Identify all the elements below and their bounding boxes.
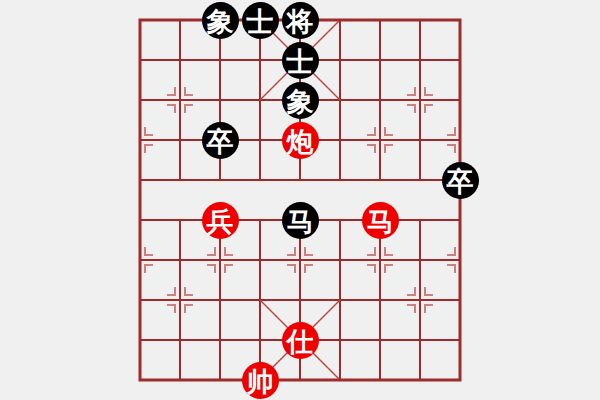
board-point-0-5[interactable]	[120, 200, 160, 240]
board-point-7-1[interactable]	[400, 40, 440, 80]
board-point-1-1[interactable]	[160, 40, 200, 80]
board-point-5-5[interactable]	[320, 200, 360, 240]
board-point-0-7[interactable]	[120, 280, 160, 320]
black-advisor[interactable]: 士	[242, 2, 279, 39]
board-point-2-1[interactable]	[200, 40, 240, 80]
board-point-8-2[interactable]	[440, 80, 480, 120]
board-point-2-9[interactable]	[200, 360, 240, 400]
piece-glyph: 兵	[207, 208, 234, 235]
board-point-7-8[interactable]	[400, 320, 440, 360]
piece-glyph: 卒	[447, 168, 474, 195]
board-point-6-1[interactable]	[360, 40, 400, 80]
black-horse[interactable]: 马	[282, 202, 319, 239]
board-point-1-2[interactable]	[160, 80, 200, 120]
board-point-8-3[interactable]	[440, 120, 480, 160]
board-point-5-4[interactable]	[320, 160, 360, 200]
board-point-8-7[interactable]	[440, 280, 480, 320]
board-point-5-3[interactable]	[320, 120, 360, 160]
board-point-5-0[interactable]	[320, 0, 360, 40]
board-point-0-6[interactable]	[120, 240, 160, 280]
board-point-1-0[interactable]	[160, 0, 200, 40]
board-point-3-1[interactable]	[240, 40, 280, 80]
piece-glyph: 士	[247, 8, 274, 35]
board-point-0-2[interactable]	[120, 80, 160, 120]
board-point-1-3[interactable]	[160, 120, 200, 160]
board-point-8-1[interactable]	[440, 40, 480, 80]
board-point-5-1[interactable]	[320, 40, 360, 80]
black-soldier[interactable]: 卒	[202, 122, 239, 159]
board-point-8-8[interactable]	[440, 320, 480, 360]
piece-glyph: 马	[287, 208, 314, 235]
board-point-2-7[interactable]	[200, 280, 240, 320]
board-point-4-4[interactable]	[280, 160, 320, 200]
board-point-7-9[interactable]	[400, 360, 440, 400]
piece-glyph: 仕	[287, 328, 314, 355]
board-point-6-7[interactable]	[360, 280, 400, 320]
piece-glyph: 象	[207, 8, 234, 35]
black-soldier[interactable]: 卒	[442, 162, 479, 199]
board-point-1-9[interactable]	[160, 360, 200, 400]
board-point-3-7[interactable]	[240, 280, 280, 320]
piece-glyph: 马	[367, 208, 394, 235]
board-point-5-9[interactable]	[320, 360, 360, 400]
board-point-5-7[interactable]	[320, 280, 360, 320]
board-point-7-0[interactable]	[400, 0, 440, 40]
piece-glyph: 士	[287, 48, 314, 75]
board-point-1-4[interactable]	[160, 160, 200, 200]
board-point-0-1[interactable]	[120, 40, 160, 80]
board-point-3-6[interactable]	[240, 240, 280, 280]
board-point-2-8[interactable]	[200, 320, 240, 360]
board-point-6-6[interactable]	[360, 240, 400, 280]
board-point-7-4[interactable]	[400, 160, 440, 200]
board-point-0-9[interactable]	[120, 360, 160, 400]
board-point-5-6[interactable]	[320, 240, 360, 280]
red-soldier[interactable]: 兵	[202, 202, 239, 239]
board-point-7-5[interactable]	[400, 200, 440, 240]
board-point-7-6[interactable]	[400, 240, 440, 280]
piece-glyph: 炮	[287, 128, 314, 155]
board-point-2-4[interactable]	[200, 160, 240, 200]
board-point-1-5[interactable]	[160, 200, 200, 240]
board-point-1-8[interactable]	[160, 320, 200, 360]
board-point-7-7[interactable]	[400, 280, 440, 320]
board-point-3-3[interactable]	[240, 120, 280, 160]
piece-glyph: 将	[287, 8, 314, 35]
board-point-3-5[interactable]	[240, 200, 280, 240]
piece-glyph: 帅	[247, 368, 274, 395]
black-elephant[interactable]: 象	[282, 82, 319, 119]
board-point-4-6[interactable]	[280, 240, 320, 280]
piece-glyph: 卒	[207, 128, 234, 155]
board-point-3-2[interactable]	[240, 80, 280, 120]
red-general[interactable]: 帅	[242, 362, 279, 399]
red-advisor[interactable]: 仕	[282, 322, 319, 359]
board-point-1-6[interactable]	[160, 240, 200, 280]
board-point-8-9[interactable]	[440, 360, 480, 400]
board-point-6-3[interactable]	[360, 120, 400, 160]
board-grid[interactable]: 象士将士象卒炮卒兵马马仕帅	[120, 0, 480, 400]
board-point-8-5[interactable]	[440, 200, 480, 240]
board-point-0-0[interactable]	[120, 0, 160, 40]
board-point-4-9[interactable]	[280, 360, 320, 400]
board-point-6-4[interactable]	[360, 160, 400, 200]
board-point-8-6[interactable]	[440, 240, 480, 280]
board-point-5-2[interactable]	[320, 80, 360, 120]
black-elephant[interactable]: 象	[202, 2, 239, 39]
board-point-6-0[interactable]	[360, 0, 400, 40]
board-point-0-3[interactable]	[120, 120, 160, 160]
black-advisor[interactable]: 士	[282, 42, 319, 79]
board-point-8-0[interactable]	[440, 0, 480, 40]
board-point-4-7[interactable]	[280, 280, 320, 320]
board-point-0-8[interactable]	[120, 320, 160, 360]
red-horse[interactable]: 马	[362, 202, 399, 239]
piece-glyph: 象	[287, 88, 314, 115]
xiangqi-diagram: 象士将士象卒炮卒兵马马仕帅	[0, 0, 600, 400]
board-point-2-6[interactable]	[200, 240, 240, 280]
board-point-6-9[interactable]	[360, 360, 400, 400]
board-point-2-2[interactable]	[200, 80, 240, 120]
board-point-3-4[interactable]	[240, 160, 280, 200]
board-point-6-2[interactable]	[360, 80, 400, 120]
black-general[interactable]: 将	[282, 2, 319, 39]
board-point-1-7[interactable]	[160, 280, 200, 320]
board-point-7-2[interactable]	[400, 80, 440, 120]
board-point-7-3[interactable]	[400, 120, 440, 160]
board-point-3-8[interactable]	[240, 320, 280, 360]
red-cannon[interactable]: 炮	[282, 122, 319, 159]
board-point-0-4[interactable]	[120, 160, 160, 200]
board-point-5-8[interactable]	[320, 320, 360, 360]
board-point-6-8[interactable]	[360, 320, 400, 360]
